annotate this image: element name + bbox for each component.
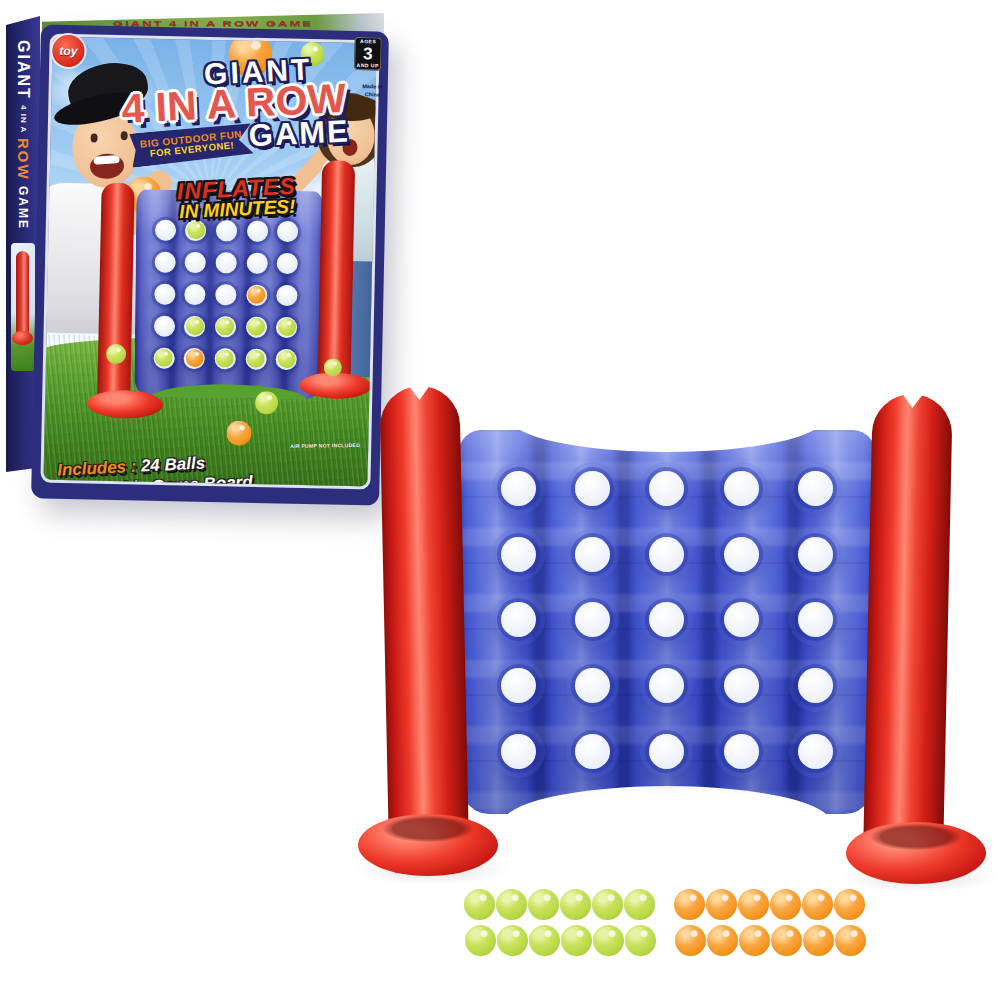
orange-ball <box>186 349 204 367</box>
board-hole <box>724 602 759 637</box>
green-ball <box>186 317 204 335</box>
box-art-game-board <box>134 189 323 399</box>
board-cell-r4c4 <box>724 668 759 703</box>
board-hole <box>649 537 684 572</box>
board-hole <box>649 734 684 769</box>
tray-row-2 <box>465 925 867 956</box>
board-cell-r1c5 <box>798 471 833 506</box>
box-side-photo <box>11 243 35 371</box>
board-cell-r1c4 <box>247 220 268 241</box>
board-cell-r2c2 <box>185 251 206 272</box>
left-post <box>379 385 468 839</box>
board-hole <box>216 220 237 241</box>
board-hole <box>185 251 206 272</box>
board-hole <box>501 537 536 572</box>
green-ball <box>560 889 591 920</box>
board-hole <box>575 537 610 572</box>
board-hole <box>798 471 833 506</box>
board-hole <box>501 471 536 506</box>
box-side-title-4ina: 4 IN A <box>19 105 28 133</box>
orange-ball <box>706 889 737 920</box>
board-cell-r4c1 <box>501 668 536 703</box>
game-board-grid <box>481 456 853 784</box>
orange-ball <box>674 889 705 920</box>
includes-label: Includes : <box>57 457 137 480</box>
board-cell-r1c5 <box>277 220 298 241</box>
board-cell-r3c5 <box>276 284 297 305</box>
toy-logo-text: toy <box>59 44 77 58</box>
board-cell-r3c3 <box>649 602 684 637</box>
board-cell-r2c4 <box>724 537 759 572</box>
board-cell-r1c2 <box>185 219 206 240</box>
board-cell-r5c2 <box>575 734 610 769</box>
board-cell-r4c4 <box>246 316 267 337</box>
box-side-title-row: ROW <box>15 138 32 181</box>
board-cell-r5c5 <box>276 348 297 369</box>
green-ball <box>593 925 624 956</box>
green-ball <box>529 925 560 956</box>
board-cell-r1c3 <box>649 471 684 506</box>
board-hole <box>155 219 176 240</box>
board-cell-r5c4 <box>245 348 266 369</box>
box-art-left-post <box>97 183 135 400</box>
board-cell-r2c2 <box>575 537 610 572</box>
board-hole <box>575 668 610 703</box>
boy-teeth <box>93 155 119 165</box>
board-cell-r2c5 <box>277 252 298 273</box>
board-hole <box>649 602 684 637</box>
inflates-burst: INFLATES IN MINUTES! <box>176 176 297 222</box>
board-cell-r5c3 <box>215 348 236 369</box>
board-cell-r1c1 <box>501 471 536 506</box>
board-cell-r2c3 <box>216 252 237 273</box>
green-ball <box>278 318 296 336</box>
green-ball <box>624 889 655 920</box>
green-ball <box>496 889 527 920</box>
board-cell-r4c5 <box>276 316 297 337</box>
board-cell-r3c1 <box>154 283 175 304</box>
board-hole <box>798 537 833 572</box>
board-cell-r1c3 <box>216 220 237 241</box>
board-hole <box>724 668 759 703</box>
box-art-board-grid <box>149 214 304 376</box>
board-hole <box>649 668 684 703</box>
board-cell-r5c1 <box>153 347 174 368</box>
board-hole <box>575 734 610 769</box>
board-hole <box>185 283 206 304</box>
board-cell-r5c4 <box>724 734 759 769</box>
board-hole <box>277 252 298 273</box>
board-cell-r2c1 <box>154 251 175 272</box>
right-post-base <box>846 822 986 884</box>
green-ball <box>561 925 592 956</box>
board-cell-r4c5 <box>798 668 833 703</box>
board-cell-r2c3 <box>649 537 684 572</box>
orange-ball <box>738 889 769 920</box>
board-cell-r3c1 <box>501 602 536 637</box>
board-cell-r3c2 <box>575 602 610 637</box>
board-cell-r1c2 <box>575 471 610 506</box>
made-in-line2: China <box>362 91 383 99</box>
board-hole <box>724 734 759 769</box>
board-hole <box>724 471 759 506</box>
board-cell-r3c4 <box>724 602 759 637</box>
board-cell-r4c2 <box>575 668 610 703</box>
board-cell-r4c3 <box>215 316 236 337</box>
box-side-tube-base <box>12 331 33 345</box>
tray-row-1 <box>464 889 867 920</box>
board-cell-r2c5 <box>798 537 833 572</box>
product-photo-stage: GIANT 4 IN A ROW GAME GIANT 4 IN A ROW G… <box>0 0 1000 1000</box>
box-front-panel: GIANT 4 IN A ROW GAME BIG OUTDOOR FUN FO… <box>31 24 389 505</box>
age-badge-number: 3 <box>354 45 381 63</box>
age-badge: AGES 3 AND UP <box>354 37 382 71</box>
board-hole <box>154 315 175 336</box>
green-ball <box>528 889 559 920</box>
green-ball <box>592 889 623 920</box>
game-board <box>455 430 879 814</box>
board-cell-r4c2 <box>184 315 205 336</box>
orange-ball <box>834 889 865 920</box>
board-hole <box>501 734 536 769</box>
board-cell-r5c2 <box>184 347 205 368</box>
board-cell-r2c4 <box>246 252 267 273</box>
green-ball <box>625 925 656 956</box>
box-art-right-post <box>317 160 355 389</box>
left-post-base <box>358 814 498 876</box>
made-in-line1: Made in <box>362 83 383 91</box>
board-hole <box>649 471 684 506</box>
includes-item-balls: 24 Balls <box>140 453 205 475</box>
board-cell-r1c4 <box>724 471 759 506</box>
orange-ball <box>739 925 770 956</box>
board-hole <box>154 283 175 304</box>
board-hole <box>501 668 536 703</box>
board-hole <box>216 252 237 273</box>
board-hole <box>247 220 268 241</box>
right-post <box>863 393 952 847</box>
board-cell-r4c3 <box>649 668 684 703</box>
board-cell-r5c5 <box>798 734 833 769</box>
board-hole <box>798 734 833 769</box>
board-cell-r3c5 <box>798 602 833 637</box>
board-cell-r3c4 <box>246 284 267 305</box>
board-cell-r2c1 <box>501 537 536 572</box>
board-hole <box>575 602 610 637</box>
orange-ball <box>771 925 802 956</box>
age-badge-and-up: AND UP <box>354 63 381 69</box>
green-ball <box>464 889 495 920</box>
board-hole <box>215 284 236 305</box>
board-hole <box>798 602 833 637</box>
board-hole <box>501 602 536 637</box>
board-hole <box>154 251 175 272</box>
air-pump-fine-print: AIR PUMP NOT INCLUDED <box>290 442 360 449</box>
board-cell-r3c3 <box>215 284 236 305</box>
box-side-title-game: GAME <box>16 186 30 230</box>
box-front-photo: GIANT 4 IN A ROW GAME BIG OUTDOOR FUN FO… <box>40 34 379 490</box>
orange-ball <box>770 889 801 920</box>
orange-ball <box>803 925 834 956</box>
board-cell-r5c1 <box>501 734 536 769</box>
green-ball <box>497 925 528 956</box>
green-ball <box>277 350 295 368</box>
orange-ball <box>707 925 738 956</box>
board-hole <box>798 668 833 703</box>
board-hole <box>276 284 297 305</box>
board-cell-r3c2 <box>185 283 206 304</box>
made-in-china-label: Made in China <box>362 83 383 99</box>
box-side-title-giant: GIANT <box>14 40 32 100</box>
box-title-game: GAME <box>248 113 351 154</box>
board-hole <box>575 471 610 506</box>
orange-ball <box>802 889 833 920</box>
orange-ball <box>835 925 866 956</box>
board-cell-r4c1 <box>154 315 175 336</box>
balls-tray <box>464 889 867 956</box>
board-hole <box>724 537 759 572</box>
green-ball <box>465 925 496 956</box>
board-hole <box>246 252 267 273</box>
orange-ball <box>675 925 706 956</box>
board-hole <box>277 220 298 241</box>
green-ball <box>187 221 205 239</box>
board-cell-r1c1 <box>155 219 176 240</box>
box-side-tube-image <box>16 251 29 337</box>
board-cell-r5c3 <box>649 734 684 769</box>
